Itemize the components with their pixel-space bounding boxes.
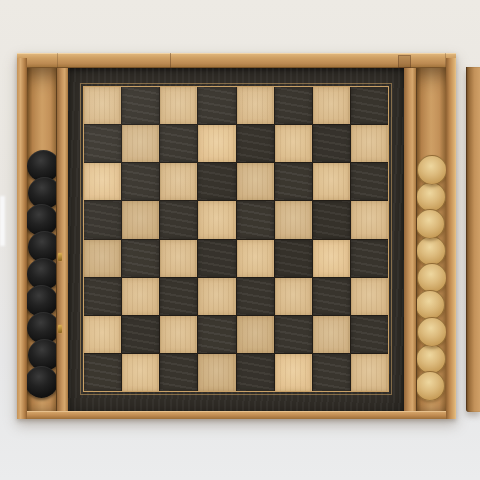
white-checker[interactable] — [417, 155, 447, 185]
box-left-wall — [17, 58, 27, 419]
board-square[interactable] — [313, 87, 350, 124]
board-square[interactable] — [313, 240, 350, 277]
box-bottom-rail — [17, 411, 456, 419]
brass-hinge-icon — [58, 253, 62, 261]
board-square[interactable] — [160, 201, 197, 238]
black-checker[interactable] — [25, 366, 58, 398]
board-square[interactable] — [84, 316, 121, 353]
board-square[interactable] — [351, 87, 388, 124]
board-square[interactable] — [237, 278, 274, 315]
board-square[interactable] — [313, 125, 350, 162]
board-square[interactable] — [313, 354, 350, 391]
board-square[interactable] — [122, 240, 159, 277]
board-square[interactable] — [275, 354, 312, 391]
board-square[interactable] — [351, 316, 388, 353]
board-square[interactable] — [122, 125, 159, 162]
wood-seam — [57, 53, 58, 68]
board-square[interactable] — [122, 201, 159, 238]
checkerboard-field — [83, 86, 389, 392]
board-square[interactable] — [198, 87, 235, 124]
board-square[interactable] — [160, 316, 197, 353]
board-square[interactable] — [160, 240, 197, 277]
wall-highlight — [0, 196, 5, 246]
black-piece-tray — [27, 68, 57, 411]
board-square[interactable] — [237, 354, 274, 391]
board-square[interactable] — [237, 316, 274, 353]
board-square[interactable] — [351, 163, 388, 200]
board-square[interactable] — [122, 87, 159, 124]
checkers-box — [17, 53, 456, 419]
white-checker[interactable] — [417, 263, 447, 293]
board-square[interactable] — [198, 278, 235, 315]
board-square[interactable] — [313, 163, 350, 200]
board-square[interactable] — [198, 163, 235, 200]
board-square[interactable] — [160, 87, 197, 124]
second-board-edge — [466, 67, 480, 412]
board-square[interactable] — [160, 278, 197, 315]
white-checker[interactable] — [415, 209, 445, 239]
board-square[interactable] — [84, 240, 121, 277]
white-checker[interactable] — [417, 317, 447, 347]
game-board — [68, 68, 404, 411]
right-divider-rail — [404, 68, 416, 411]
scene — [0, 0, 480, 480]
white-checker[interactable] — [415, 371, 445, 401]
board-square[interactable] — [198, 316, 235, 353]
white-checker[interactable] — [416, 236, 446, 266]
board-square[interactable] — [351, 125, 388, 162]
board-square[interactable] — [160, 163, 197, 200]
board-square[interactable] — [351, 278, 388, 315]
board-square[interactable] — [275, 240, 312, 277]
board-square[interactable] — [351, 201, 388, 238]
left-divider-rail — [57, 68, 68, 411]
board-square[interactable] — [275, 87, 312, 124]
board-square[interactable] — [84, 125, 121, 162]
board-square[interactable] — [351, 240, 388, 277]
board-square[interactable] — [313, 278, 350, 315]
white-checker[interactable] — [416, 182, 446, 212]
board-square[interactable] — [351, 354, 388, 391]
board-square[interactable] — [275, 163, 312, 200]
board-square[interactable] — [198, 125, 235, 162]
board-square[interactable] — [122, 278, 159, 315]
board-square[interactable] — [198, 240, 235, 277]
board-square[interactable] — [84, 87, 121, 124]
rail-joint — [398, 55, 411, 68]
board-square[interactable] — [198, 354, 235, 391]
board-square[interactable] — [198, 201, 235, 238]
board-square[interactable] — [313, 316, 350, 353]
box-right-wall — [446, 58, 456, 419]
white-piece-tray — [416, 68, 446, 411]
white-checker[interactable] — [415, 290, 445, 320]
board-square[interactable] — [160, 354, 197, 391]
brass-hinge-icon — [58, 325, 62, 333]
board-square[interactable] — [84, 354, 121, 391]
board-square[interactable] — [237, 125, 274, 162]
board-square[interactable] — [122, 163, 159, 200]
wood-seam — [170, 53, 171, 68]
board-square[interactable] — [275, 316, 312, 353]
board-square[interactable] — [275, 125, 312, 162]
board-square[interactable] — [237, 87, 274, 124]
board-square[interactable] — [275, 278, 312, 315]
board-square[interactable] — [122, 354, 159, 391]
board-square[interactable] — [160, 125, 197, 162]
board-square[interactable] — [237, 163, 274, 200]
board-square[interactable] — [313, 201, 350, 238]
board-square[interactable] — [84, 201, 121, 238]
board-square[interactable] — [237, 240, 274, 277]
white-checker[interactable] — [416, 344, 446, 374]
board-square[interactable] — [275, 201, 312, 238]
board-square[interactable] — [84, 163, 121, 200]
box-top-rail — [17, 53, 456, 68]
board-square[interactable] — [122, 316, 159, 353]
board-square[interactable] — [84, 278, 121, 315]
board-square[interactable] — [237, 201, 274, 238]
